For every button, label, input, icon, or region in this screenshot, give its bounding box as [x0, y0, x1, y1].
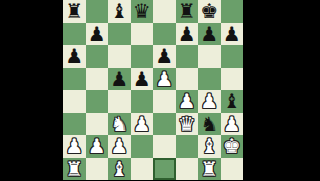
square-a8[interactable]: ♜ — [63, 0, 86, 23]
black-knight: ♞ — [200, 114, 218, 134]
square-d3[interactable]: ♟ — [131, 113, 154, 136]
white-queen: ♛ — [178, 114, 196, 134]
square-f8[interactable]: ♜ — [176, 0, 199, 23]
square-b8[interactable] — [86, 0, 109, 23]
white-pawn: ♟ — [133, 114, 151, 134]
square-b1[interactable] — [86, 158, 109, 181]
square-h4[interactable]: ♝ — [221, 90, 244, 113]
black-king: ♚ — [200, 1, 218, 21]
square-g2[interactable]: ♝ — [198, 135, 221, 158]
chess-board: ♜♝♛♜♚♟♟♟♟♟♟♟♟♟♟♟♝♞♟♛♞♟♟♟♟♝♚♜♝♜ — [63, 0, 243, 180]
square-h7[interactable]: ♟ — [221, 23, 244, 46]
square-d6[interactable] — [131, 45, 154, 68]
black-pawn: ♟ — [178, 24, 196, 44]
white-pawn: ♟ — [178, 91, 196, 111]
square-a2[interactable]: ♟ — [63, 135, 86, 158]
square-c7[interactable] — [108, 23, 131, 46]
white-king: ♚ — [223, 136, 241, 156]
white-bishop: ♝ — [110, 159, 128, 179]
square-f2[interactable] — [176, 135, 199, 158]
black-bishop: ♝ — [110, 1, 128, 21]
black-pawn: ♟ — [110, 69, 128, 89]
square-h6[interactable] — [221, 45, 244, 68]
white-rook: ♜ — [200, 159, 218, 179]
white-pawn: ♟ — [88, 136, 106, 156]
black-pawn: ♟ — [223, 24, 241, 44]
square-h1[interactable] — [221, 158, 244, 181]
square-g4[interactable]: ♟ — [198, 90, 221, 113]
square-b2[interactable]: ♟ — [86, 135, 109, 158]
square-e2[interactable] — [153, 135, 176, 158]
square-a7[interactable] — [63, 23, 86, 46]
square-e8[interactable] — [153, 0, 176, 23]
white-pawn: ♟ — [65, 136, 83, 156]
square-d7[interactable] — [131, 23, 154, 46]
square-f7[interactable]: ♟ — [176, 23, 199, 46]
square-c8[interactable]: ♝ — [108, 0, 131, 23]
square-c1[interactable]: ♝ — [108, 158, 131, 181]
black-bishop: ♝ — [223, 91, 241, 111]
square-f1[interactable] — [176, 158, 199, 181]
square-d1[interactable] — [131, 158, 154, 181]
square-d2[interactable] — [131, 135, 154, 158]
square-e7[interactable] — [153, 23, 176, 46]
square-c5[interactable]: ♟ — [108, 68, 131, 91]
square-g7[interactable]: ♟ — [198, 23, 221, 46]
black-pawn: ♟ — [88, 24, 106, 44]
square-e3[interactable] — [153, 113, 176, 136]
square-a3[interactable] — [63, 113, 86, 136]
square-b6[interactable] — [86, 45, 109, 68]
square-a5[interactable] — [63, 68, 86, 91]
letterboxed-stage: ♜♝♛♜♚♟♟♟♟♟♟♟♟♟♟♟♝♞♟♛♞♟♟♟♟♝♚♜♝♜ — [0, 0, 320, 180]
square-g3[interactable]: ♞ — [198, 113, 221, 136]
black-pawn: ♟ — [200, 24, 218, 44]
square-h8[interactable] — [221, 0, 244, 23]
square-b4[interactable] — [86, 90, 109, 113]
black-pawn: ♟ — [155, 46, 173, 66]
black-pawn: ♟ — [133, 69, 151, 89]
square-f4[interactable]: ♟ — [176, 90, 199, 113]
square-e1[interactable] — [153, 158, 176, 181]
square-b3[interactable] — [86, 113, 109, 136]
square-c2[interactable]: ♟ — [108, 135, 131, 158]
square-c6[interactable] — [108, 45, 131, 68]
white-pawn: ♟ — [155, 69, 173, 89]
square-d5[interactable]: ♟ — [131, 68, 154, 91]
square-f5[interactable] — [176, 68, 199, 91]
black-rook: ♜ — [65, 1, 83, 21]
square-h3[interactable]: ♟ — [221, 113, 244, 136]
square-g1[interactable]: ♜ — [198, 158, 221, 181]
square-e6[interactable]: ♟ — [153, 45, 176, 68]
square-h2[interactable]: ♚ — [221, 135, 244, 158]
white-pawn: ♟ — [223, 114, 241, 134]
square-f6[interactable] — [176, 45, 199, 68]
square-e5[interactable]: ♟ — [153, 68, 176, 91]
white-rook: ♜ — [65, 159, 83, 179]
black-queen: ♛ — [133, 1, 151, 21]
white-pawn: ♟ — [110, 136, 128, 156]
square-a1[interactable]: ♜ — [63, 158, 86, 181]
square-c4[interactable] — [108, 90, 131, 113]
square-g8[interactable]: ♚ — [198, 0, 221, 23]
square-c3[interactable]: ♞ — [108, 113, 131, 136]
square-h5[interactable] — [221, 68, 244, 91]
white-knight: ♞ — [110, 114, 128, 134]
square-d8[interactable]: ♛ — [131, 0, 154, 23]
white-bishop: ♝ — [200, 136, 218, 156]
white-pawn: ♟ — [200, 91, 218, 111]
square-g5[interactable] — [198, 68, 221, 91]
square-b5[interactable] — [86, 68, 109, 91]
square-d4[interactable] — [131, 90, 154, 113]
square-e4[interactable] — [153, 90, 176, 113]
square-f3[interactable]: ♛ — [176, 113, 199, 136]
square-b7[interactable]: ♟ — [86, 23, 109, 46]
black-pawn: ♟ — [65, 46, 83, 66]
square-g6[interactable] — [198, 45, 221, 68]
square-a6[interactable]: ♟ — [63, 45, 86, 68]
square-a4[interactable] — [63, 90, 86, 113]
black-rook: ♜ — [178, 1, 196, 21]
